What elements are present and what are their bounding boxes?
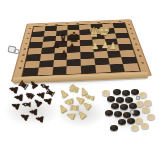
- board-grid: [21, 22, 141, 76]
- light-pile-shadow: [56, 98, 106, 128]
- dark-pile-shadow: [4, 96, 60, 126]
- light-piece-lying: ♟: [78, 86, 90, 98]
- board-square: [23, 68, 39, 76]
- light-piece-lying: ♟: [57, 87, 70, 100]
- checkers-pile-shadow: [102, 92, 156, 132]
- board-square: [123, 63, 140, 71]
- board-square: [81, 65, 96, 73]
- board-square: [52, 66, 67, 74]
- board-square: [67, 66, 82, 74]
- product-photo: ♟♜♟♝♟♞♟♜♟♝♟♟♟♟♟ ♟♛♟♞♟♝♟♜♟♟♟ ♝♚♟♟♟♛♚♟♟♟: [0, 0, 160, 160]
- checker-light: [102, 90, 110, 96]
- metal-latch: [7, 45, 16, 54]
- dark-piece-lying: ♟: [7, 83, 20, 95]
- board-square: [37, 67, 52, 75]
- board-square: [95, 65, 110, 73]
